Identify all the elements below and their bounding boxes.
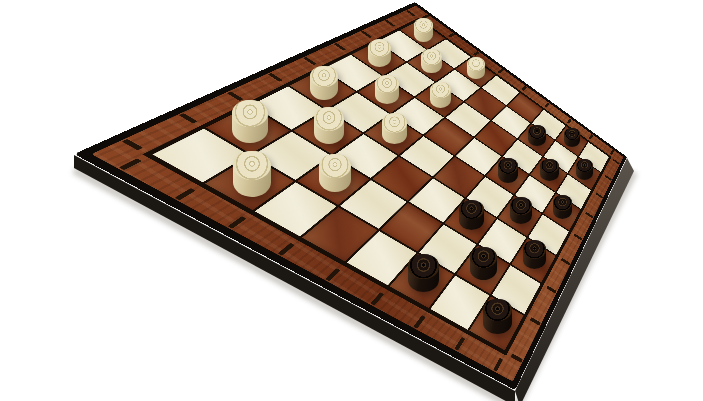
scene — [0, 0, 703, 401]
